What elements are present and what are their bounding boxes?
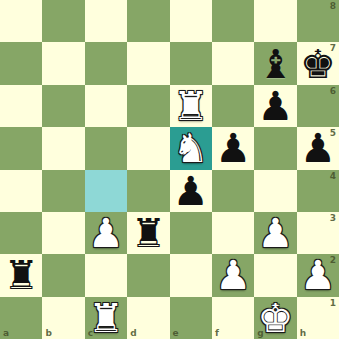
file-label-b: b bbox=[45, 328, 51, 338]
rank-label-4: 4 bbox=[330, 171, 336, 181]
square-a4[interactable] bbox=[0, 170, 42, 212]
square-h7[interactable]: ♚7 bbox=[297, 42, 339, 84]
square-e5[interactable]: ♞ bbox=[170, 127, 212, 169]
black-rook[interactable]: ♜ bbox=[0, 254, 42, 296]
chess-board: 8♝♚7♜♟6♞♟♟5♟4♟♜♟3♜♟♟2ab♜cdef♚g1h bbox=[0, 0, 339, 339]
square-c7[interactable] bbox=[85, 42, 127, 84]
square-e4[interactable]: ♟ bbox=[170, 170, 212, 212]
square-a2[interactable]: ♜ bbox=[0, 254, 42, 296]
file-label-h: h bbox=[300, 328, 306, 338]
square-g1[interactable]: ♚g bbox=[254, 297, 296, 339]
black-pawn[interactable]: ♟ bbox=[212, 127, 254, 169]
square-a7[interactable] bbox=[0, 42, 42, 84]
black-bishop[interactable]: ♝ bbox=[254, 42, 296, 84]
square-e2[interactable] bbox=[170, 254, 212, 296]
square-c3[interactable]: ♟ bbox=[85, 212, 127, 254]
square-h1[interactable]: 1h bbox=[297, 297, 339, 339]
square-h5[interactable]: ♟5 bbox=[297, 127, 339, 169]
white-king[interactable]: ♚ bbox=[254, 297, 296, 339]
square-f8[interactable] bbox=[212, 0, 254, 42]
square-d3[interactable]: ♜ bbox=[127, 212, 169, 254]
square-f3[interactable] bbox=[212, 212, 254, 254]
square-h2[interactable]: ♟2 bbox=[297, 254, 339, 296]
white-rook[interactable]: ♜ bbox=[85, 297, 127, 339]
square-d6[interactable] bbox=[127, 85, 169, 127]
white-knight[interactable]: ♞ bbox=[170, 127, 212, 169]
square-f1[interactable]: f bbox=[212, 297, 254, 339]
square-f4[interactable] bbox=[212, 170, 254, 212]
square-b3[interactable] bbox=[42, 212, 84, 254]
square-c8[interactable] bbox=[85, 0, 127, 42]
white-pawn[interactable]: ♟ bbox=[85, 212, 127, 254]
square-e6[interactable]: ♜ bbox=[170, 85, 212, 127]
square-c4[interactable] bbox=[85, 170, 127, 212]
square-c5[interactable] bbox=[85, 127, 127, 169]
square-g4[interactable] bbox=[254, 170, 296, 212]
square-d7[interactable] bbox=[127, 42, 169, 84]
square-b7[interactable] bbox=[42, 42, 84, 84]
square-f6[interactable] bbox=[212, 85, 254, 127]
white-pawn[interactable]: ♟ bbox=[254, 212, 296, 254]
square-e1[interactable]: e bbox=[170, 297, 212, 339]
square-b4[interactable] bbox=[42, 170, 84, 212]
file-label-d: d bbox=[130, 328, 136, 338]
black-pawn[interactable]: ♟ bbox=[170, 170, 212, 212]
black-rook[interactable]: ♜ bbox=[127, 212, 169, 254]
black-pawn[interactable]: ♟ bbox=[254, 85, 296, 127]
square-f7[interactable] bbox=[212, 42, 254, 84]
rank-label-6: 6 bbox=[330, 86, 336, 96]
square-a6[interactable] bbox=[0, 85, 42, 127]
square-e3[interactable] bbox=[170, 212, 212, 254]
black-king[interactable]: ♚ bbox=[297, 42, 339, 84]
square-d1[interactable]: d bbox=[127, 297, 169, 339]
white-pawn[interactable]: ♟ bbox=[212, 254, 254, 296]
square-b6[interactable] bbox=[42, 85, 84, 127]
square-e8[interactable] bbox=[170, 0, 212, 42]
square-a8[interactable] bbox=[0, 0, 42, 42]
square-c2[interactable] bbox=[85, 254, 127, 296]
square-a5[interactable] bbox=[0, 127, 42, 169]
file-label-e: e bbox=[173, 328, 179, 338]
square-b1[interactable]: b bbox=[42, 297, 84, 339]
square-g8[interactable] bbox=[254, 0, 296, 42]
white-rook[interactable]: ♜ bbox=[170, 85, 212, 127]
square-a1[interactable]: a bbox=[0, 297, 42, 339]
square-g6[interactable]: ♟ bbox=[254, 85, 296, 127]
square-d8[interactable] bbox=[127, 0, 169, 42]
square-f5[interactable]: ♟ bbox=[212, 127, 254, 169]
square-d5[interactable] bbox=[127, 127, 169, 169]
square-h4[interactable]: 4 bbox=[297, 170, 339, 212]
rank-label-3: 3 bbox=[330, 213, 336, 223]
file-label-a: a bbox=[3, 328, 9, 338]
square-c6[interactable] bbox=[85, 85, 127, 127]
square-h3[interactable]: 3 bbox=[297, 212, 339, 254]
black-pawn[interactable]: ♟ bbox=[297, 127, 339, 169]
rank-label-8: 8 bbox=[330, 1, 336, 11]
square-g3[interactable]: ♟ bbox=[254, 212, 296, 254]
square-c1[interactable]: ♜c bbox=[85, 297, 127, 339]
square-g2[interactable] bbox=[254, 254, 296, 296]
square-h8[interactable]: 8 bbox=[297, 0, 339, 42]
square-b5[interactable] bbox=[42, 127, 84, 169]
white-pawn[interactable]: ♟ bbox=[297, 254, 339, 296]
square-b8[interactable] bbox=[42, 0, 84, 42]
square-g5[interactable] bbox=[254, 127, 296, 169]
square-b2[interactable] bbox=[42, 254, 84, 296]
square-g7[interactable]: ♝ bbox=[254, 42, 296, 84]
square-d2[interactable] bbox=[127, 254, 169, 296]
square-h6[interactable]: 6 bbox=[297, 85, 339, 127]
file-label-f: f bbox=[215, 328, 219, 338]
square-d4[interactable] bbox=[127, 170, 169, 212]
square-f2[interactable]: ♟ bbox=[212, 254, 254, 296]
rank-label-1: 1 bbox=[330, 298, 336, 308]
square-e7[interactable] bbox=[170, 42, 212, 84]
square-a3[interactable] bbox=[0, 212, 42, 254]
